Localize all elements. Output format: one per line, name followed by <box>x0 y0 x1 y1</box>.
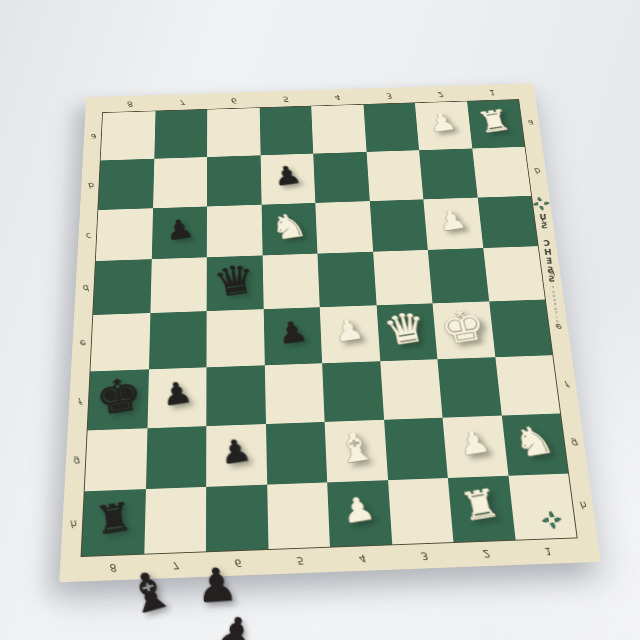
square-b3[interactable] <box>366 150 423 201</box>
square-h4[interactable]: ♟ <box>327 480 392 546</box>
square-f6[interactable] <box>206 365 265 426</box>
coordinate-label-top-8: 8 <box>103 95 156 113</box>
coordinate-label-bottom-2: 2 <box>453 540 517 568</box>
square-b2[interactable] <box>419 148 477 199</box>
square-g5[interactable] <box>266 421 328 484</box>
white-queen-e3[interactable]: ♛ <box>380 306 431 353</box>
square-h3[interactable] <box>388 478 454 544</box>
white-pawn-g2[interactable]: ♟ <box>455 425 493 460</box>
coordinate-label-left-a: a <box>83 113 103 161</box>
square-e4[interactable]: ♟ <box>320 305 380 363</box>
black-pawn-f7[interactable]: ♟ <box>160 377 194 411</box>
square-e1[interactable] <box>489 300 553 358</box>
square-h5[interactable] <box>267 483 330 549</box>
black-queen-d6[interactable]: ♛ <box>210 258 258 303</box>
coordinate-label-bottom-3: 3 <box>392 542 456 570</box>
coordinate-label-top-5: 5 <box>259 90 311 108</box>
square-a3[interactable] <box>363 103 419 152</box>
square-c5[interactable]: ♞ <box>261 203 317 256</box>
square-h2[interactable]: ♜ <box>448 476 515 542</box>
white-pawn-c2[interactable]: ♟ <box>435 206 469 236</box>
square-a7[interactable] <box>154 110 207 159</box>
us-chess-logo-icon: ♞ ♞ ♞ ♞ <box>531 196 552 212</box>
black-king-f8[interactable]: ♚ <box>92 370 144 422</box>
square-f5[interactable] <box>264 363 324 424</box>
white-pawn-h4[interactable]: ♟ <box>340 491 378 528</box>
square-b1[interactable] <box>472 147 531 198</box>
square-c8[interactable] <box>96 208 153 261</box>
square-f4[interactable] <box>322 361 383 421</box>
square-c7[interactable]: ♟ <box>151 206 207 259</box>
captured-black-pawn[interactable]: ♟ <box>212 609 258 640</box>
square-c1[interactable] <box>477 195 538 248</box>
square-c4[interactable] <box>315 201 372 254</box>
coordinate-label-top-2: 2 <box>413 85 466 103</box>
chess-board: ♟♜♟♟♞♟♛♟♟♛♚♚♟♟♝♟♞♜♟♜♞♞♞♞ <box>82 100 577 556</box>
four-knights-diamond-icon: ♞♞♞♞ <box>541 509 568 533</box>
coordinate-label-left-c: c <box>77 210 98 262</box>
square-b6[interactable] <box>207 155 261 206</box>
square-g7[interactable] <box>145 426 206 490</box>
coordinate-label-bottom-1: 1 <box>515 537 580 564</box>
square-e5[interactable]: ♟ <box>263 307 322 365</box>
white-pawn-a2[interactable]: ♟ <box>426 109 459 136</box>
white-pawn-e4[interactable]: ♟ <box>331 315 366 347</box>
square-g1[interactable]: ♞ <box>501 413 568 476</box>
square-d4[interactable] <box>317 252 376 307</box>
square-f8[interactable]: ♚ <box>88 369 149 430</box>
square-f2[interactable] <box>437 357 501 417</box>
black-pawn-b5[interactable]: ♟ <box>271 162 303 191</box>
coordinate-label-top-6: 6 <box>207 92 259 110</box>
square-b7[interactable] <box>153 157 207 208</box>
square-g3[interactable] <box>384 417 448 480</box>
square-d8[interactable] <box>93 259 151 315</box>
white-rook-a1[interactable]: ♜ <box>475 105 515 138</box>
square-g4[interactable]: ♝ <box>325 419 388 482</box>
coordinate-label-top-1: 1 <box>465 84 518 102</box>
square-g2[interactable]: ♟ <box>443 415 509 478</box>
square-c3[interactable] <box>369 199 427 252</box>
brand-name: US CHESS <box>538 213 557 284</box>
white-knight-c5[interactable]: ♞ <box>267 207 309 245</box>
vinyl-chess-mat: 87654321 87654321 abcdefgh abcdefgh ♟♜♟♟… <box>59 83 601 582</box>
square-e3[interactable]: ♛ <box>376 303 437 361</box>
white-rook-h2[interactable]: ♜ <box>457 483 503 527</box>
white-king-e2[interactable]: ♚ <box>435 302 490 351</box>
square-b8[interactable] <box>98 159 154 210</box>
square-d1[interactable] <box>483 246 545 301</box>
coordinate-label-left-b: b <box>80 160 101 210</box>
coordinate-label-top-3: 3 <box>362 87 415 105</box>
square-h7[interactable] <box>144 487 206 554</box>
black-pawn-c7[interactable]: ♟ <box>163 215 195 245</box>
coordinate-label-bottom-4: 4 <box>330 544 393 572</box>
coordinate-label-bottom-5: 5 <box>268 547 331 575</box>
square-f3[interactable] <box>380 359 443 419</box>
white-bishop-g4[interactable]: ♝ <box>332 425 379 470</box>
square-f1[interactable] <box>495 355 560 415</box>
white-knight-g1[interactable]: ♞ <box>509 418 558 463</box>
square-g8[interactable] <box>85 428 147 492</box>
square-a4[interactable] <box>311 105 366 154</box>
black-pawn-g6[interactable]: ♟ <box>218 434 254 470</box>
square-h8[interactable]: ♜ <box>82 489 146 556</box>
black-pawn-e5[interactable]: ♟ <box>275 317 310 349</box>
square-c2[interactable]: ♟ <box>423 197 483 250</box>
knight-icon: ♞ <box>541 516 552 525</box>
square-b4[interactable] <box>313 152 369 203</box>
square-e6[interactable] <box>206 309 264 367</box>
scene: 87654321 87654321 abcdefgh abcdefgh ♟♜♟♟… <box>0 0 640 640</box>
square-a1[interactable]: ♜ <box>467 100 525 149</box>
square-e7[interactable] <box>149 311 207 369</box>
square-d2[interactable] <box>428 248 489 303</box>
black-rook-h8[interactable]: ♜ <box>93 497 135 542</box>
coordinate-label-top-4: 4 <box>311 89 364 107</box>
mat-inner: 87654321 87654321 abcdefgh abcdefgh ♟♜♟♟… <box>59 83 601 582</box>
square-a5[interactable] <box>259 106 313 155</box>
square-h6[interactable] <box>206 485 268 552</box>
square-a2[interactable]: ♟ <box>415 101 472 150</box>
square-g6[interactable]: ♟ <box>206 424 267 487</box>
square-a6[interactable] <box>207 108 260 157</box>
brand-sub: FEDERATION <box>550 285 560 328</box>
square-c6[interactable] <box>207 204 262 257</box>
square-b5[interactable]: ♟ <box>260 153 315 204</box>
coordinate-label-top-7: 7 <box>155 93 207 111</box>
us-chess-corner-logo: ♞♞♞♞ <box>541 509 568 533</box>
square-d7[interactable] <box>150 257 207 313</box>
square-d6[interactable]: ♛ <box>207 256 264 311</box>
square-a8[interactable] <box>101 111 155 160</box>
square-d3[interactable] <box>373 250 433 305</box>
square-e2[interactable]: ♚ <box>433 301 495 359</box>
square-e8[interactable] <box>90 313 149 371</box>
square-f7[interactable]: ♟ <box>147 367 206 428</box>
square-h1[interactable]: ♞♞♞♞ <box>508 474 577 540</box>
knight-icon: ♞ <box>531 201 540 207</box>
captured-black-pawn[interactable]: ♟ <box>194 561 238 610</box>
square-d5[interactable] <box>262 254 320 309</box>
